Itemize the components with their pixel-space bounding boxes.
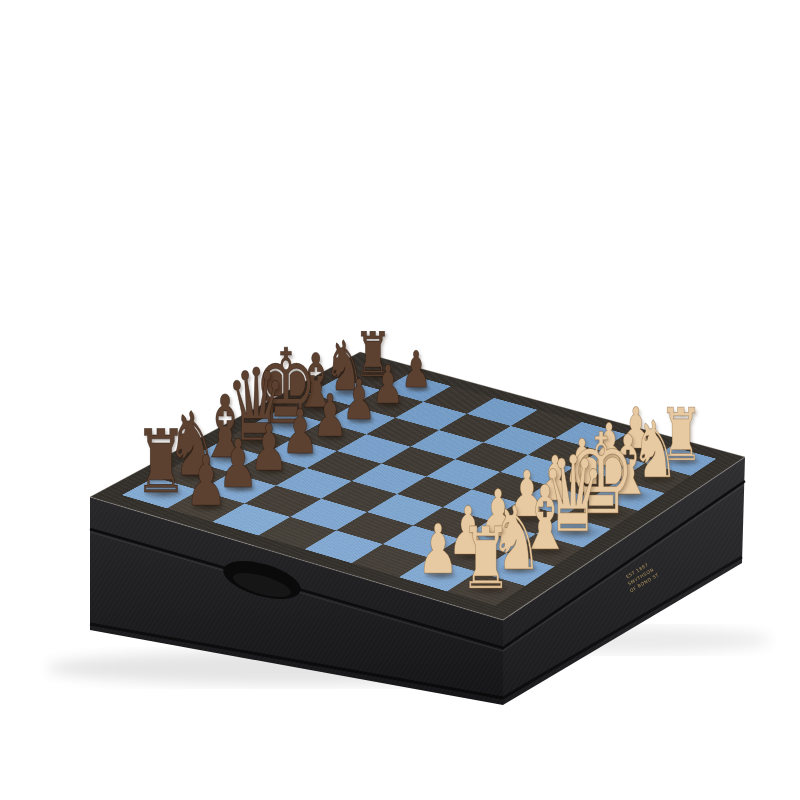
pieces-layer: ♜♞♝♛♚♝♞♜♟♟♟♟♟♟♟♟♟♟♟♟♟♟♟♟♜♞♝♛♚♝♞♜: [0, 0, 800, 800]
chess-box-product-photo: ♜♞♝♛♚♝♞♜♟♟♟♟♟♟♟♟♟♟♟♟♟♟♟♟♜♞♝♛♚♝♞♜ EST 188…: [0, 0, 800, 800]
